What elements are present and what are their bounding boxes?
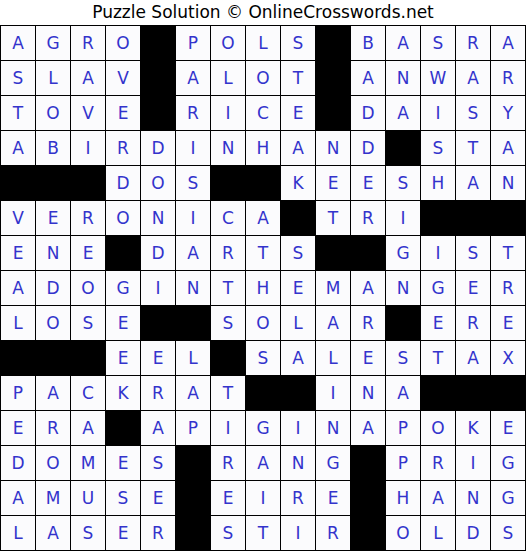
- black-cell: [141, 61, 176, 96]
- letter-cell: L: [281, 306, 316, 341]
- letter-cell: I: [281, 516, 316, 551]
- letter-cell: O: [141, 166, 176, 201]
- letter-cell: D: [351, 131, 386, 166]
- letter-cell: A: [246, 446, 281, 481]
- letter-cell: A: [386, 96, 421, 131]
- letter-cell: T: [246, 516, 281, 551]
- letter-cell: A: [1, 481, 36, 516]
- letter-cell: P: [386, 446, 421, 481]
- letter-cell: G: [491, 446, 526, 481]
- letter-cell: L: [36, 61, 71, 96]
- letter-cell: A: [456, 61, 491, 96]
- letter-cell: G: [106, 271, 141, 306]
- letter-cell: U: [71, 481, 106, 516]
- black-cell: [351, 481, 386, 516]
- letter-cell: C: [211, 201, 246, 236]
- letter-cell: O: [386, 516, 421, 551]
- letter-cell: R: [491, 61, 526, 96]
- letter-cell: G: [491, 481, 526, 516]
- letter-cell: S: [421, 26, 456, 61]
- letter-cell: C: [246, 96, 281, 131]
- letter-cell: R: [211, 446, 246, 481]
- letter-cell: S: [456, 96, 491, 131]
- letter-cell: E: [316, 481, 351, 516]
- letter-cell: N: [386, 61, 421, 96]
- letter-cell: N: [281, 446, 316, 481]
- letter-cell: A: [316, 306, 351, 341]
- letter-cell: A: [246, 201, 281, 236]
- title-bar: Puzzle Solution © OnlineCrosswords.net: [0, 0, 526, 25]
- letter-cell: I: [421, 236, 456, 271]
- letter-cell: E: [351, 166, 386, 201]
- letter-cell: V: [1, 201, 36, 236]
- letter-cell: S: [456, 236, 491, 271]
- letter-cell: O: [106, 201, 141, 236]
- letter-cell: N: [141, 201, 176, 236]
- letter-cell: T: [211, 376, 246, 411]
- letter-cell: S: [421, 131, 456, 166]
- letter-cell: E: [141, 341, 176, 376]
- letter-cell: S: [71, 516, 106, 551]
- letter-cell: N: [36, 236, 71, 271]
- letter-cell: T: [316, 201, 351, 236]
- letter-cell: A: [386, 376, 421, 411]
- letter-cell: A: [351, 61, 386, 96]
- letter-cell: L: [421, 516, 456, 551]
- letter-cell: I: [211, 96, 246, 131]
- black-cell: [141, 26, 176, 61]
- black-cell: [421, 376, 456, 411]
- letter-cell: A: [71, 411, 106, 446]
- black-cell: [211, 166, 246, 201]
- black-cell: [316, 26, 351, 61]
- letter-cell: T: [211, 271, 246, 306]
- letter-cell: T: [1, 96, 36, 131]
- letter-cell: A: [141, 411, 176, 446]
- letter-cell: G: [386, 236, 421, 271]
- letter-cell: O: [71, 271, 106, 306]
- letter-cell: A: [36, 376, 71, 411]
- black-cell: [141, 96, 176, 131]
- letter-cell: E: [106, 96, 141, 131]
- black-cell: [176, 306, 211, 341]
- black-cell: [316, 96, 351, 131]
- letter-cell: I: [281, 411, 316, 446]
- black-cell: [351, 446, 386, 481]
- letter-cell: S: [141, 446, 176, 481]
- black-cell: [316, 61, 351, 96]
- letter-cell: D: [351, 96, 386, 131]
- letter-cell: D: [106, 166, 141, 201]
- letter-cell: I: [211, 411, 246, 446]
- letter-cell: O: [246, 61, 281, 96]
- letter-cell: R: [281, 481, 316, 516]
- letter-cell: E: [106, 341, 141, 376]
- letter-cell: E: [211, 481, 246, 516]
- letter-cell: M: [71, 446, 106, 481]
- black-cell: [281, 201, 316, 236]
- letter-cell: S: [386, 341, 421, 376]
- letter-cell: A: [491, 131, 526, 166]
- letter-cell: R: [36, 411, 71, 446]
- letter-cell: N: [351, 376, 386, 411]
- letter-cell: H: [246, 271, 281, 306]
- letter-cell: Y: [491, 96, 526, 131]
- letter-cell: A: [281, 131, 316, 166]
- letter-cell: E: [281, 96, 316, 131]
- letter-cell: T: [421, 341, 456, 376]
- letter-cell: H: [386, 481, 421, 516]
- black-cell: [246, 376, 281, 411]
- letter-cell: C: [71, 376, 106, 411]
- letter-cell: A: [1, 26, 36, 61]
- black-cell: [141, 306, 176, 341]
- letter-cell: A: [1, 131, 36, 166]
- letter-cell: E: [351, 341, 386, 376]
- letter-cell: N: [211, 131, 246, 166]
- black-cell: [106, 236, 141, 271]
- letter-cell: R: [176, 96, 211, 131]
- letter-cell: R: [421, 446, 456, 481]
- letter-cell: S: [281, 26, 316, 61]
- letter-cell: S: [1, 61, 36, 96]
- black-cell: [491, 201, 526, 236]
- letter-cell: E: [281, 271, 316, 306]
- black-cell: [36, 166, 71, 201]
- letter-cell: S: [211, 306, 246, 341]
- letter-cell: A: [176, 61, 211, 96]
- letter-cell: R: [456, 26, 491, 61]
- letter-cell: G: [246, 411, 281, 446]
- letter-cell: O: [36, 446, 71, 481]
- letter-cell: S: [211, 516, 246, 551]
- letter-cell: S: [176, 166, 211, 201]
- letter-cell: S: [281, 236, 316, 271]
- black-cell: [421, 201, 456, 236]
- black-cell: [246, 166, 281, 201]
- letter-cell: N: [316, 131, 351, 166]
- letter-cell: S: [106, 481, 141, 516]
- letter-cell: A: [421, 481, 456, 516]
- letter-cell: R: [351, 201, 386, 236]
- letter-cell: O: [36, 306, 71, 341]
- letter-cell: E: [456, 271, 491, 306]
- black-cell: [316, 236, 351, 271]
- letter-cell: N: [456, 481, 491, 516]
- letter-cell: E: [491, 306, 526, 341]
- letter-cell: E: [106, 306, 141, 341]
- letter-cell: W: [421, 61, 456, 96]
- letter-cell: G: [316, 446, 351, 481]
- letter-cell: H: [246, 131, 281, 166]
- letter-cell: L: [316, 341, 351, 376]
- letter-cell: M: [316, 271, 351, 306]
- letter-cell: O: [106, 26, 141, 61]
- letter-cell: K: [456, 411, 491, 446]
- letter-cell: V: [71, 96, 106, 131]
- letter-cell: I: [246, 481, 281, 516]
- letter-cell: A: [176, 236, 211, 271]
- letter-cell: R: [211, 236, 246, 271]
- letter-cell: R: [351, 306, 386, 341]
- letter-cell: E: [1, 411, 36, 446]
- black-cell: [386, 131, 421, 166]
- puzzle-solution-page: Puzzle Solution © OnlineCrosswords.net A…: [0, 0, 526, 551]
- letter-cell: E: [141, 481, 176, 516]
- letter-cell: R: [491, 271, 526, 306]
- letter-cell: A: [1, 271, 36, 306]
- black-cell: [176, 481, 211, 516]
- letter-cell: R: [316, 516, 351, 551]
- letter-cell: S: [386, 166, 421, 201]
- letter-cell: L: [1, 306, 36, 341]
- letter-cell: S: [246, 341, 281, 376]
- black-cell: [71, 341, 106, 376]
- letter-cell: N: [386, 271, 421, 306]
- letter-cell: G: [421, 271, 456, 306]
- letter-cell: A: [386, 26, 421, 61]
- letter-cell: E: [106, 516, 141, 551]
- letter-cell: I: [176, 201, 211, 236]
- letter-cell: A: [281, 341, 316, 376]
- letter-cell: S: [71, 306, 106, 341]
- letter-cell: E: [36, 201, 71, 236]
- letter-cell: P: [1, 376, 36, 411]
- black-cell: [351, 236, 386, 271]
- letter-cell: M: [36, 481, 71, 516]
- letter-cell: I: [386, 201, 421, 236]
- letter-cell: O: [36, 96, 71, 131]
- letter-cell: K: [106, 376, 141, 411]
- letter-cell: R: [141, 516, 176, 551]
- black-cell: [211, 341, 246, 376]
- letter-cell: R: [106, 131, 141, 166]
- letter-cell: A: [176, 376, 211, 411]
- letter-cell: D: [141, 131, 176, 166]
- black-cell: [1, 166, 36, 201]
- puzzle-title: Puzzle Solution © OnlineCrosswords.net: [92, 0, 434, 25]
- letter-cell: A: [491, 26, 526, 61]
- black-cell: [176, 516, 211, 551]
- letter-cell: E: [71, 236, 106, 271]
- black-cell: [36, 341, 71, 376]
- letter-cell: I: [176, 131, 211, 166]
- letter-cell: D: [456, 516, 491, 551]
- letter-cell: P: [176, 411, 211, 446]
- letter-cell: L: [1, 516, 36, 551]
- letter-cell: D: [141, 236, 176, 271]
- letter-cell: E: [1, 236, 36, 271]
- letter-cell: E: [421, 306, 456, 341]
- black-cell: [176, 446, 211, 481]
- letter-cell: I: [71, 131, 106, 166]
- black-cell: [491, 376, 526, 411]
- crossword-grid: AGROPOLSBASRASLAVALOTANWARTOVERICEDAISYA…: [0, 25, 526, 551]
- letter-cell: S: [491, 516, 526, 551]
- letter-cell: O: [211, 26, 246, 61]
- black-cell: [386, 306, 421, 341]
- letter-cell: N: [316, 411, 351, 446]
- black-cell: [281, 376, 316, 411]
- black-cell: [1, 341, 36, 376]
- letter-cell: N: [176, 271, 211, 306]
- black-cell: [456, 376, 491, 411]
- letter-cell: A: [71, 61, 106, 96]
- black-cell: [351, 516, 386, 551]
- letter-cell: R: [141, 376, 176, 411]
- letter-cell: T: [456, 131, 491, 166]
- letter-cell: E: [316, 166, 351, 201]
- letter-cell: K: [281, 166, 316, 201]
- letter-cell: T: [246, 236, 281, 271]
- letter-cell: B: [351, 26, 386, 61]
- letter-cell: X: [491, 341, 526, 376]
- letter-cell: I: [456, 446, 491, 481]
- letter-cell: D: [36, 271, 71, 306]
- letter-cell: I: [421, 96, 456, 131]
- letter-cell: A: [351, 271, 386, 306]
- letter-cell: G: [36, 26, 71, 61]
- letter-cell: V: [106, 61, 141, 96]
- letter-cell: R: [71, 201, 106, 236]
- black-cell: [456, 201, 491, 236]
- letter-cell: I: [316, 376, 351, 411]
- black-cell: [106, 411, 141, 446]
- letter-cell: B: [36, 131, 71, 166]
- letter-cell: T: [491, 236, 526, 271]
- letter-cell: L: [246, 26, 281, 61]
- letter-cell: A: [456, 166, 491, 201]
- letter-cell: L: [176, 341, 211, 376]
- letter-cell: R: [456, 306, 491, 341]
- letter-cell: A: [456, 341, 491, 376]
- letter-cell: E: [491, 411, 526, 446]
- letter-cell: E: [106, 446, 141, 481]
- letter-cell: N: [491, 166, 526, 201]
- letter-cell: T: [281, 61, 316, 96]
- letter-cell: O: [246, 306, 281, 341]
- letter-cell: A: [351, 411, 386, 446]
- letter-cell: L: [211, 61, 246, 96]
- letter-cell: O: [421, 411, 456, 446]
- letter-cell: H: [421, 166, 456, 201]
- letter-cell: R: [71, 26, 106, 61]
- black-cell: [71, 166, 106, 201]
- letter-cell: A: [36, 516, 71, 551]
- letter-cell: P: [386, 411, 421, 446]
- letter-cell: D: [1, 446, 36, 481]
- letter-cell: P: [176, 26, 211, 61]
- letter-cell: I: [141, 271, 176, 306]
